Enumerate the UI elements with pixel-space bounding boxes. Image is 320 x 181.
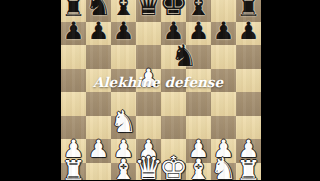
square-h5[interactable] (236, 69, 261, 93)
white-rook-a1[interactable]: ♜ (61, 157, 85, 180)
square-b1[interactable] (86, 163, 111, 181)
square-g6[interactable] (211, 45, 236, 69)
square-h6[interactable] (236, 45, 261, 69)
white-knight-c3[interactable]: ♞ (110, 107, 137, 137)
square-b4[interactable] (86, 92, 111, 116)
letterbox-right (261, 0, 320, 180)
white-pawn-b2[interactable]: ♟ (88, 137, 110, 161)
white-knight-g1[interactable]: ♞ (210, 154, 237, 180)
square-a4[interactable] (61, 92, 86, 116)
square-d7[interactable] (136, 22, 161, 46)
square-c6[interactable] (111, 45, 136, 69)
white-king-e1[interactable]: ♚ (159, 152, 188, 180)
letterbox-left (0, 0, 61, 180)
black-pawn-h7[interactable]: ♟ (238, 19, 260, 43)
square-b6[interactable] (86, 45, 111, 69)
black-pawn-c7[interactable]: ♟ (113, 19, 135, 43)
chess-board: ♜♞♝♛♚♝♜♟♟♟♟♟♟♟♞♟♞♟♟♟♟♟♟♟♜♝♛♚♝♞♜ (61, 0, 261, 180)
square-f4[interactable] (186, 92, 211, 116)
white-rook-h1[interactable]: ♜ (236, 157, 260, 180)
black-pawn-a7[interactable]: ♟ (63, 19, 85, 43)
video-frame: ♜♞♝♛♚♝♜♟♟♟♟♟♟♟♞♟♞♟♟♟♟♟♟♟♜♝♛♚♝♞♜ Alekhine… (0, 0, 320, 180)
white-bishop-f1[interactable]: ♝ (186, 156, 211, 180)
black-pawn-g7[interactable]: ♟ (213, 19, 235, 43)
black-pawn-b7[interactable]: ♟ (88, 19, 110, 43)
square-e3[interactable] (161, 116, 186, 140)
square-h4[interactable] (236, 92, 261, 116)
square-e4[interactable] (161, 92, 186, 116)
black-knight-f6-d5[interactable]: ♞ (171, 41, 198, 71)
square-a6[interactable] (61, 45, 86, 69)
white-bishop-c1[interactable]: ♝ (111, 156, 136, 180)
video-title-overlay: Alekhine defense (93, 74, 223, 90)
square-g4[interactable] (211, 92, 236, 116)
square-a5[interactable] (61, 69, 86, 93)
square-d4[interactable] (136, 92, 161, 116)
